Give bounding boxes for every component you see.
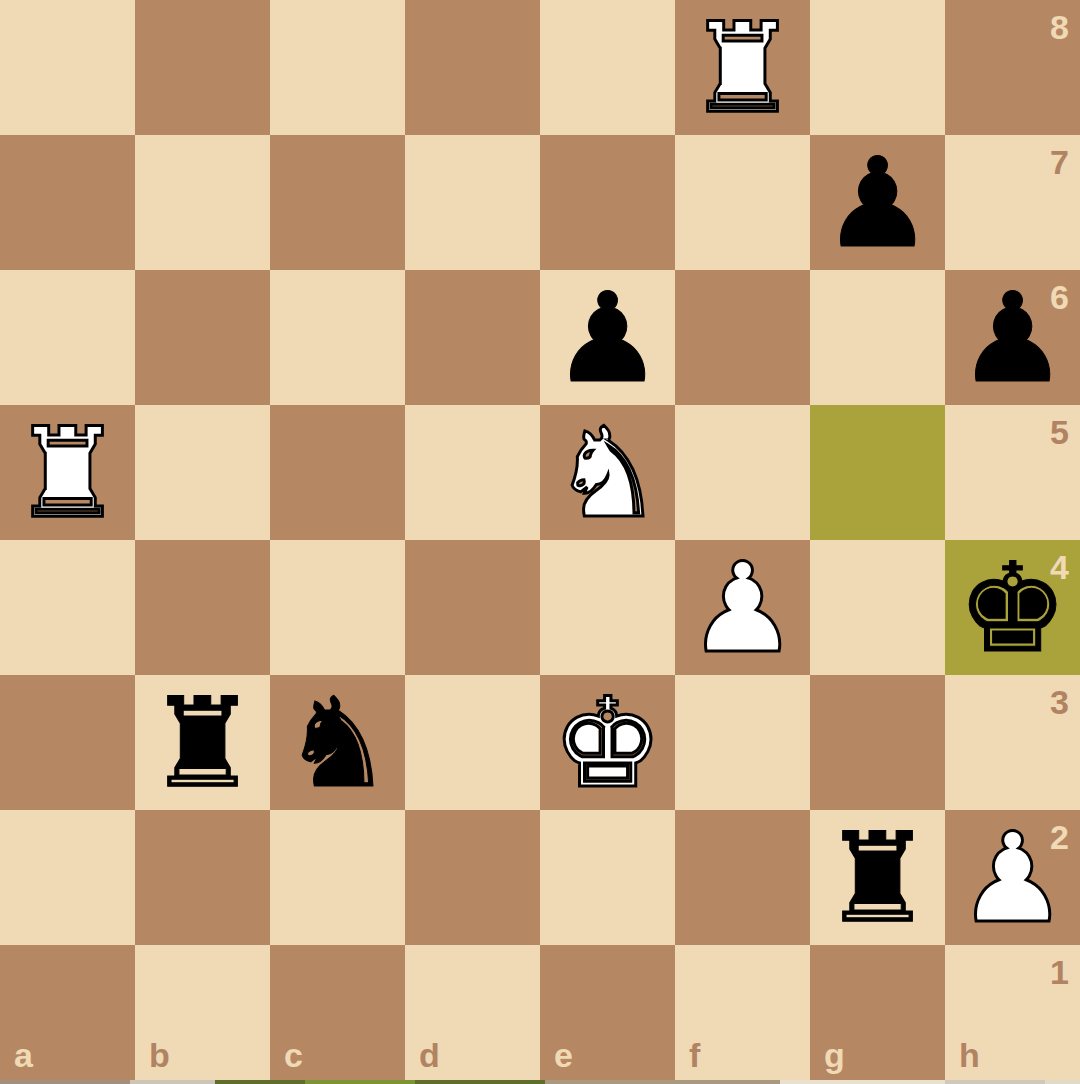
piece-black-rook-g2[interactable]: ♜ [810, 810, 945, 945]
square-c5[interactable] [270, 405, 405, 540]
square-b5[interactable] [135, 405, 270, 540]
square-a4[interactable] [0, 540, 135, 675]
piece-white-king-e3[interactable]: ♚ [540, 675, 675, 810]
strip-segment-2 [130, 1080, 215, 1084]
square-f3[interactable] [675, 675, 810, 810]
square-g3[interactable] [810, 675, 945, 810]
square-g6[interactable] [810, 270, 945, 405]
square-b8[interactable] [135, 0, 270, 135]
square-b3[interactable]: ♜ [135, 675, 270, 810]
square-g1[interactable]: g [810, 945, 945, 1080]
piece-white-rook-f8[interactable]: ♜ [675, 0, 810, 135]
square-d1[interactable]: d [405, 945, 540, 1080]
square-e6[interactable]: ♟ [540, 270, 675, 405]
square-h5[interactable]: 5 [945, 405, 1080, 540]
square-f7[interactable] [675, 135, 810, 270]
square-h4[interactable]: ♚4 [945, 540, 1080, 675]
coord-rank-3: 3 [1050, 685, 1069, 719]
square-g4[interactable] [810, 540, 945, 675]
square-a5[interactable]: ♜ [0, 405, 135, 540]
piece-white-knight-e5[interactable]: ♞ [540, 405, 675, 540]
square-b2[interactable] [135, 810, 270, 945]
coord-rank-5: 5 [1050, 415, 1069, 449]
square-c8[interactable] [270, 0, 405, 135]
square-b6[interactable] [135, 270, 270, 405]
coord-file-f: f [689, 1038, 700, 1072]
square-e4[interactable] [540, 540, 675, 675]
square-f1[interactable]: f [675, 945, 810, 1080]
square-d6[interactable] [405, 270, 540, 405]
square-c6[interactable] [270, 270, 405, 405]
strip-segment-7 [780, 1080, 945, 1084]
coord-rank-1: 1 [1050, 955, 1069, 989]
square-g7[interactable]: ♟ [810, 135, 945, 270]
square-h6[interactable]: ♟6 [945, 270, 1080, 405]
square-h3[interactable]: 3 [945, 675, 1080, 810]
square-a1[interactable]: a [0, 945, 135, 1080]
square-e8[interactable] [540, 0, 675, 135]
strip-segment-8 [945, 1080, 1045, 1084]
square-d3[interactable] [405, 675, 540, 810]
square-c1[interactable]: c [270, 945, 405, 1080]
square-d2[interactable] [405, 810, 540, 945]
coord-file-g: g [824, 1038, 845, 1072]
square-f4[interactable]: ♟ [675, 540, 810, 675]
square-d8[interactable] [405, 0, 540, 135]
square-c4[interactable] [270, 540, 405, 675]
square-b4[interactable] [135, 540, 270, 675]
square-b7[interactable] [135, 135, 270, 270]
piece-black-knight-c3[interactable]: ♞ [270, 675, 405, 810]
square-d4[interactable] [405, 540, 540, 675]
piece-black-rook-b3[interactable]: ♜ [135, 675, 270, 810]
square-a6[interactable] [0, 270, 135, 405]
square-a7[interactable] [0, 135, 135, 270]
square-h1[interactable]: 1h [945, 945, 1080, 1080]
square-f2[interactable] [675, 810, 810, 945]
square-d5[interactable] [405, 405, 540, 540]
square-h7[interactable]: 7 [945, 135, 1080, 270]
strip-segment-9 [1045, 1080, 1080, 1084]
square-c7[interactable] [270, 135, 405, 270]
square-b1[interactable]: b [135, 945, 270, 1080]
square-g8[interactable] [810, 0, 945, 135]
square-a8[interactable] [0, 0, 135, 135]
strip-segment-6 [545, 1080, 780, 1084]
square-d7[interactable] [405, 135, 540, 270]
coord-file-a: a [14, 1038, 33, 1072]
coord-rank-8: 8 [1050, 10, 1069, 44]
chess-app: ♜8♟7♟♟6♜♞5♟♚4♜♞♚3♜♟2abcdefg1h [0, 0, 1080, 1084]
square-f8[interactable]: ♜ [675, 0, 810, 135]
chess-board: ♜8♟7♟♟6♜♞5♟♚4♜♞♚3♜♟2abcdefg1h [0, 0, 1080, 1080]
strip-segment-1 [0, 1080, 130, 1084]
coord-rank-2: 2 [1050, 820, 1069, 854]
piece-black-pawn-g7[interactable]: ♟ [810, 135, 945, 270]
square-g2[interactable]: ♜ [810, 810, 945, 945]
coord-file-e: e [554, 1038, 573, 1072]
coord-rank-6: 6 [1050, 280, 1069, 314]
bottom-edge-strip [0, 1080, 1080, 1084]
coord-file-b: b [149, 1038, 170, 1072]
square-a3[interactable] [0, 675, 135, 810]
coord-rank-4: 4 [1050, 550, 1069, 584]
square-f5[interactable] [675, 405, 810, 540]
coord-file-c: c [284, 1038, 303, 1072]
coord-file-h: h [959, 1038, 980, 1072]
piece-black-pawn-e6[interactable]: ♟ [540, 270, 675, 405]
square-e7[interactable] [540, 135, 675, 270]
square-g5[interactable] [810, 405, 945, 540]
square-e3[interactable]: ♚ [540, 675, 675, 810]
coord-rank-7: 7 [1050, 145, 1069, 179]
square-a2[interactable] [0, 810, 135, 945]
square-h2[interactable]: ♟2 [945, 810, 1080, 945]
strip-segment-5 [415, 1080, 545, 1084]
square-c3[interactable]: ♞ [270, 675, 405, 810]
coord-file-d: d [419, 1038, 440, 1072]
square-e2[interactable] [540, 810, 675, 945]
square-f6[interactable] [675, 270, 810, 405]
square-c2[interactable] [270, 810, 405, 945]
square-e5[interactable]: ♞ [540, 405, 675, 540]
strip-segment-3 [215, 1080, 305, 1084]
square-h8[interactable]: 8 [945, 0, 1080, 135]
piece-white-rook-a5[interactable]: ♜ [0, 405, 135, 540]
strip-segment-4 [305, 1080, 415, 1084]
square-e1[interactable]: e [540, 945, 675, 1080]
piece-white-pawn-f4[interactable]: ♟ [675, 540, 810, 675]
